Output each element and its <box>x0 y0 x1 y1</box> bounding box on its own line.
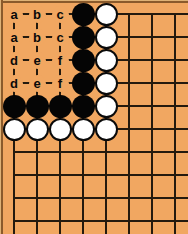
black-stone <box>26 95 49 118</box>
point-label-f: f <box>52 52 69 69</box>
black-stone <box>72 72 95 95</box>
white-stone <box>95 72 118 95</box>
point-label-c: c <box>52 29 69 46</box>
grid-vline <box>151 13 153 234</box>
point-label-d: d <box>6 52 23 69</box>
grid-hline <box>13 197 188 199</box>
white-stone <box>95 49 118 72</box>
black-stone <box>72 26 95 49</box>
grid-vline <box>128 13 130 234</box>
point-label-c: c <box>52 6 69 23</box>
point-label-f: f <box>52 75 69 92</box>
point-label-e: e <box>29 75 46 92</box>
point-label-d: d <box>6 75 23 92</box>
board-frame-top-dark <box>0 1 188 3</box>
point-label-a: a <box>6 6 23 23</box>
black-stone <box>72 3 95 26</box>
go-board-diagram: abcabcdefdef <box>0 0 188 234</box>
white-stone <box>72 118 95 141</box>
point-label-b: b <box>29 6 46 23</box>
black-stone <box>49 95 72 118</box>
grid-hline <box>13 174 188 176</box>
grid-hline <box>13 151 188 153</box>
white-stone <box>95 118 118 141</box>
white-stone <box>26 118 49 141</box>
black-stone <box>72 49 95 72</box>
white-stone <box>95 3 118 26</box>
board-frame-left-dark <box>1 0 3 234</box>
black-stone <box>3 95 26 118</box>
white-stone <box>49 118 72 141</box>
point-label-a: a <box>6 29 23 46</box>
black-stone <box>72 95 95 118</box>
point-label-b: b <box>29 29 46 46</box>
white-stone <box>95 95 118 118</box>
grid-hline <box>13 220 188 222</box>
white-stone <box>95 26 118 49</box>
point-label-e: e <box>29 52 46 69</box>
grid-vline <box>174 13 176 234</box>
white-stone <box>3 118 26 141</box>
